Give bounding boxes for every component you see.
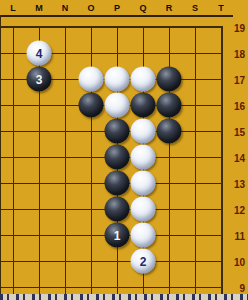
row-label-11: 11 [234,231,245,242]
col-label-O: O [87,2,94,14]
go-board-diagram: LMNOPQRST 191817161514131211109 3142 [0,0,248,300]
move-number-2: 2 [140,254,147,268]
grid-vline-S [195,26,196,294]
stone-black-r16[interactable] [157,93,182,118]
stone-white-m18[interactable]: 4 [27,41,52,66]
header-separator-line [0,15,233,17]
stone-white-q12[interactable] [131,197,156,222]
stone-white-q11[interactable] [131,223,156,248]
stone-white-q17[interactable] [131,67,156,92]
stone-black-p15[interactable] [105,119,130,144]
col-label-S: S [192,2,198,14]
grid-hline-10 [0,261,223,262]
grid-vline-T [221,26,223,294]
move-number-4: 4 [36,46,43,60]
move-number-3: 3 [36,72,43,86]
stone-black-p11[interactable]: 1 [105,223,130,248]
grid-hline-9 [0,287,223,288]
col-label-T: T [218,2,224,14]
stone-white-q15[interactable] [131,119,156,144]
stone-black-p12[interactable] [105,197,130,222]
cutoff-caption-strip [0,294,248,300]
grid-vline-N [65,26,66,294]
stone-black-m17[interactable]: 3 [27,67,52,92]
row-label-12: 12 [234,205,245,216]
stone-black-o16[interactable] [79,93,104,118]
col-label-Q: Q [139,2,146,14]
stone-black-r15[interactable] [157,119,182,144]
stone-white-p17[interactable] [105,67,130,92]
row-label-17: 17 [234,75,245,86]
row-label-14: 14 [234,153,245,164]
stone-black-p13[interactable] [105,171,130,196]
left-border-line [0,15,1,294]
grid-vline-L [13,26,14,294]
stone-black-q16[interactable] [131,93,156,118]
col-label-N: N [62,2,69,14]
row-label-10: 10 [234,257,245,268]
stone-white-o17[interactable] [79,67,104,92]
col-label-M: M [35,2,43,14]
move-number-1: 1 [114,228,121,242]
stone-black-r17[interactable] [157,67,182,92]
row-label-9: 9 [239,283,245,294]
stone-white-q14[interactable] [131,145,156,170]
row-label-15: 15 [234,127,245,138]
row-label-19: 19 [234,23,245,34]
col-label-R: R [166,2,173,14]
stone-black-p14[interactable] [105,145,130,170]
stone-white-q13[interactable] [131,171,156,196]
grid-hline-19 [0,26,223,28]
row-label-16: 16 [234,101,245,112]
stone-white-q10[interactable]: 2 [131,249,156,274]
row-label-13: 13 [234,179,245,190]
col-label-L: L [10,2,16,14]
stone-white-p16[interactable] [105,93,130,118]
row-label-18: 18 [234,49,245,60]
col-label-P: P [114,2,120,14]
